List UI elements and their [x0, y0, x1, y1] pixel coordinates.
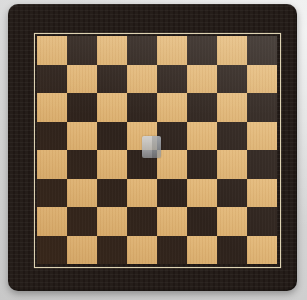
square-f5[interactable] [187, 122, 217, 151]
square-b8[interactable] [67, 36, 97, 65]
square-c2[interactable] [97, 207, 127, 236]
square-g6[interactable] [217, 93, 247, 122]
square-h5[interactable] [247, 122, 277, 151]
square-c8[interactable] [97, 36, 127, 65]
square-c1[interactable] [97, 236, 127, 265]
square-c7[interactable] [97, 65, 127, 94]
square-g4[interactable] [217, 150, 247, 179]
square-d2[interactable] [127, 207, 157, 236]
square-h6[interactable] [247, 93, 277, 122]
square-f8[interactable] [187, 36, 217, 65]
square-b3[interactable] [67, 179, 97, 208]
square-h4[interactable] [247, 150, 277, 179]
square-e2[interactable] [157, 207, 187, 236]
square-c6[interactable] [97, 93, 127, 122]
square-d7[interactable] [127, 65, 157, 94]
square-c3[interactable] [97, 179, 127, 208]
square-f3[interactable] [187, 179, 217, 208]
square-e7[interactable] [157, 65, 187, 94]
square-f7[interactable] [187, 65, 217, 94]
square-h2[interactable] [247, 207, 277, 236]
square-g2[interactable] [217, 207, 247, 236]
square-g7[interactable] [217, 65, 247, 94]
center-marker-left-half [142, 136, 152, 158]
square-h8[interactable] [247, 36, 277, 65]
square-f4[interactable] [187, 150, 217, 179]
square-b1[interactable] [67, 236, 97, 265]
square-f6[interactable] [187, 93, 217, 122]
square-h3[interactable] [247, 179, 277, 208]
square-c5[interactable] [97, 122, 127, 151]
square-g5[interactable] [217, 122, 247, 151]
square-b6[interactable] [67, 93, 97, 122]
square-g3[interactable] [217, 179, 247, 208]
square-a2[interactable] [37, 207, 67, 236]
photo-background [0, 0, 307, 300]
square-e1[interactable] [157, 236, 187, 265]
square-e3[interactable] [157, 179, 187, 208]
square-a4[interactable] [37, 150, 67, 179]
square-b4[interactable] [67, 150, 97, 179]
square-b5[interactable] [67, 122, 97, 151]
square-h7[interactable] [247, 65, 277, 94]
square-a5[interactable] [37, 122, 67, 151]
square-a3[interactable] [37, 179, 67, 208]
square-d8[interactable] [127, 36, 157, 65]
square-e6[interactable] [157, 93, 187, 122]
square-e4[interactable] [157, 150, 187, 179]
square-f1[interactable] [187, 236, 217, 265]
square-a1[interactable] [37, 236, 67, 265]
square-h1[interactable] [247, 236, 277, 265]
square-a7[interactable] [37, 65, 67, 94]
square-a6[interactable] [37, 93, 67, 122]
chess-board-frame [8, 4, 297, 291]
center-marker-sticker [142, 136, 161, 158]
square-b2[interactable] [67, 207, 97, 236]
square-e8[interactable] [157, 36, 187, 65]
square-f2[interactable] [187, 207, 217, 236]
square-d3[interactable] [127, 179, 157, 208]
square-b7[interactable] [67, 65, 97, 94]
square-e5[interactable] [157, 122, 187, 151]
square-c4[interactable] [97, 150, 127, 179]
square-d6[interactable] [127, 93, 157, 122]
square-g1[interactable] [217, 236, 247, 265]
square-d1[interactable] [127, 236, 157, 265]
center-marker-right-half [152, 136, 161, 158]
square-a8[interactable] [37, 36, 67, 65]
square-g8[interactable] [217, 36, 247, 65]
